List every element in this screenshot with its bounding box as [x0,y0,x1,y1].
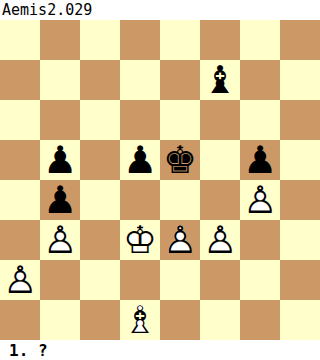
square-g2[interactable] [240,260,280,300]
square-a8[interactable] [0,20,40,60]
square-b3[interactable]: ♟♙ [40,220,80,260]
square-f4[interactable] [200,180,240,220]
square-e1[interactable] [160,300,200,340]
square-c7[interactable] [80,60,120,100]
diagram-title: Aemis2.029 [0,0,320,20]
white-king-piece: ♔ [120,220,160,260]
square-c5[interactable] [80,140,120,180]
square-h2[interactable] [280,260,320,300]
square-g4[interactable]: ♟♙ [240,180,280,220]
square-a4[interactable] [0,180,40,220]
white-pawn-fill: ♟ [160,220,200,260]
square-h1[interactable] [280,300,320,340]
square-f8[interactable] [200,20,240,60]
square-a2[interactable]: ♟♙ [0,260,40,300]
square-h3[interactable] [280,220,320,260]
square-f5[interactable] [200,140,240,180]
square-b1[interactable] [40,300,80,340]
white-king-fill: ♚ [120,220,160,260]
square-e6[interactable] [160,100,200,140]
square-b2[interactable] [40,260,80,300]
square-d5[interactable]: ♟ [120,140,160,180]
square-b4[interactable]: ♟ [40,180,80,220]
chess-diagram-window: Aemis2.029 ♝♟♟♚♟♟♟♙♟♙♚♔♟♙♟♙♟♙♝♗ 1. ? [0,0,320,360]
white-pawn-fill: ♟ [0,260,40,300]
white-pawn-piece: ♙ [40,220,80,260]
square-g6[interactable] [240,100,280,140]
square-a6[interactable] [0,100,40,140]
black-bishop-piece: ♝ [200,60,240,100]
square-c1[interactable] [80,300,120,340]
square-d2[interactable] [120,260,160,300]
square-b8[interactable] [40,20,80,60]
square-e4[interactable] [160,180,200,220]
move-prompt: 1. ? [0,340,320,360]
square-f6[interactable] [200,100,240,140]
square-a5[interactable] [0,140,40,180]
square-d3[interactable]: ♚♔ [120,220,160,260]
square-g5[interactable]: ♟ [240,140,280,180]
square-f7[interactable]: ♝ [200,60,240,100]
white-pawn-piece: ♙ [0,260,40,300]
square-g7[interactable] [240,60,280,100]
square-c3[interactable] [80,220,120,260]
square-f2[interactable] [200,260,240,300]
square-b5[interactable]: ♟ [40,140,80,180]
square-g3[interactable] [240,220,280,260]
square-a3[interactable] [0,220,40,260]
square-c8[interactable] [80,20,120,60]
square-c4[interactable] [80,180,120,220]
white-bishop-fill: ♝ [120,300,160,340]
square-e7[interactable] [160,60,200,100]
square-a1[interactable] [0,300,40,340]
square-b7[interactable] [40,60,80,100]
black-pawn-piece: ♟ [120,140,160,180]
white-pawn-piece: ♙ [200,220,240,260]
white-pawn-piece: ♙ [240,180,280,220]
white-bishop-piece: ♗ [120,300,160,340]
square-f1[interactable] [200,300,240,340]
square-d6[interactable] [120,100,160,140]
square-h7[interactable] [280,60,320,100]
black-pawn-piece: ♟ [40,180,80,220]
square-e5[interactable]: ♚ [160,140,200,180]
square-e8[interactable] [160,20,200,60]
square-c2[interactable] [80,260,120,300]
square-d8[interactable] [120,20,160,60]
white-pawn-fill: ♟ [40,220,80,260]
square-h4[interactable] [280,180,320,220]
white-pawn-piece: ♙ [160,220,200,260]
square-e3[interactable]: ♟♙ [160,220,200,260]
square-a7[interactable] [0,60,40,100]
square-c6[interactable] [80,100,120,140]
black-pawn-piece: ♟ [40,140,80,180]
square-h8[interactable] [280,20,320,60]
square-d1[interactable]: ♝♗ [120,300,160,340]
square-h5[interactable] [280,140,320,180]
chess-board: ♝♟♟♚♟♟♟♙♟♙♚♔♟♙♟♙♟♙♝♗ [0,20,320,340]
square-f3[interactable]: ♟♙ [200,220,240,260]
square-g8[interactable] [240,20,280,60]
square-e2[interactable] [160,260,200,300]
square-d7[interactable] [120,60,160,100]
square-g1[interactable] [240,300,280,340]
square-b6[interactable] [40,100,80,140]
white-pawn-fill: ♟ [200,220,240,260]
black-king-piece: ♚ [160,140,200,180]
black-pawn-piece: ♟ [240,140,280,180]
square-d4[interactable] [120,180,160,220]
square-h6[interactable] [280,100,320,140]
white-pawn-fill: ♟ [240,180,280,220]
